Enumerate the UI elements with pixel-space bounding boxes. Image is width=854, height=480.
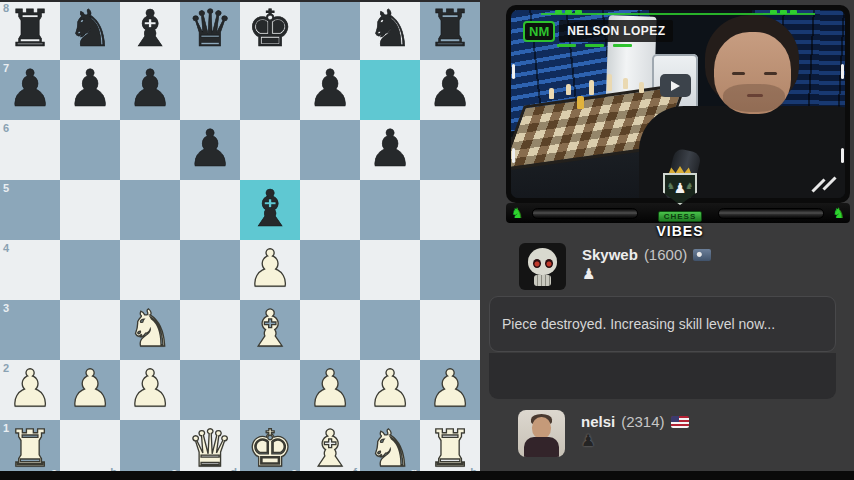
square-a2[interactable]: 2♟ bbox=[0, 360, 60, 420]
square-a7[interactable]: 7♟ bbox=[0, 60, 60, 120]
square-e3[interactable]: ♝ bbox=[240, 300, 300, 360]
play-icon bbox=[671, 81, 680, 91]
chess-vibes-logo: ♞ ♟ ♞ CHESS VIBES bbox=[648, 166, 712, 239]
bot-message-bubble: Piece destroyed. Increasing skill level … bbox=[489, 296, 836, 352]
square-a4[interactable]: 4 bbox=[0, 240, 60, 300]
black-pawn-g6[interactable]: ♟ bbox=[360, 120, 420, 180]
nelsi-avatar bbox=[518, 410, 565, 457]
square-f8[interactable] bbox=[300, 0, 360, 60]
frame-tick bbox=[841, 148, 844, 163]
square-a3[interactable]: 3 bbox=[0, 300, 60, 360]
square-f6[interactable] bbox=[300, 120, 360, 180]
square-b3[interactable] bbox=[60, 300, 120, 360]
square-h4[interactable] bbox=[420, 240, 480, 300]
square-e4[interactable]: ♟ bbox=[240, 240, 300, 300]
square-b5[interactable] bbox=[60, 180, 120, 240]
frame-tick bbox=[512, 148, 515, 163]
square-a5[interactable]: 5 bbox=[0, 180, 60, 240]
square-g4[interactable] bbox=[360, 240, 420, 300]
square-d6[interactable]: ♟ bbox=[180, 120, 240, 180]
square-d7[interactable] bbox=[180, 60, 240, 120]
skyweb-avatar bbox=[519, 243, 566, 290]
overlay-dashes-left bbox=[555, 10, 582, 14]
black-pawn-f7[interactable]: ♟ bbox=[300, 60, 360, 120]
square-b6[interactable] bbox=[60, 120, 120, 180]
square-d8[interactable]: ♛ bbox=[180, 0, 240, 60]
white-pawn-e4[interactable]: ♟ bbox=[240, 240, 300, 300]
knight-icon: ♞ bbox=[511, 203, 524, 223]
white-pawn-h2[interactable]: ♟ bbox=[420, 360, 480, 420]
rank-label: 4 bbox=[3, 242, 9, 254]
square-d2[interactable] bbox=[180, 360, 240, 420]
square-b8[interactable]: ♞ bbox=[60, 0, 120, 60]
square-e6[interactable] bbox=[240, 120, 300, 180]
skull-eye bbox=[533, 259, 541, 268]
black-knight-g8[interactable]: ♞ bbox=[360, 0, 420, 60]
square-g5[interactable] bbox=[360, 180, 420, 240]
square-e2[interactable] bbox=[240, 360, 300, 420]
rank-label: 3 bbox=[3, 302, 9, 314]
streamer-name: NELSON LOPEZ bbox=[559, 20, 673, 42]
meter-pill-left bbox=[532, 208, 638, 219]
captured-pieces-bottom: ♟ bbox=[581, 433, 689, 449]
square-c4[interactable] bbox=[120, 240, 180, 300]
square-c7[interactable]: ♟ bbox=[120, 60, 180, 120]
top-edge-strip bbox=[0, 0, 480, 2]
us-flag-icon bbox=[671, 416, 689, 428]
black-rook-h8[interactable]: ♜ bbox=[420, 0, 480, 60]
square-e5[interactable]: ♝ bbox=[240, 180, 300, 240]
black-pawn-a7[interactable]: ♟ bbox=[0, 60, 60, 120]
square-a6[interactable]: 6 bbox=[0, 120, 60, 180]
avatar-body bbox=[524, 437, 559, 457]
streamer-eye-right bbox=[764, 72, 777, 75]
knight-icon: ♞ bbox=[685, 181, 693, 191]
player-name-top: Skyweb bbox=[582, 246, 638, 263]
rank-label: 6 bbox=[3, 122, 9, 134]
chat-subpanel bbox=[489, 353, 836, 399]
square-h6[interactable] bbox=[420, 120, 480, 180]
physical-piece bbox=[639, 82, 644, 93]
square-h2[interactable]: ♟ bbox=[420, 360, 480, 420]
nameplate-underline bbox=[557, 44, 632, 47]
square-c3[interactable]: ♞ bbox=[120, 300, 180, 360]
square-h5[interactable] bbox=[420, 180, 480, 240]
meter-pill-right bbox=[718, 208, 824, 219]
frame-tick bbox=[512, 64, 515, 79]
white-pawn-a2[interactable]: ♟ bbox=[0, 360, 60, 420]
square-f5[interactable] bbox=[300, 180, 360, 240]
square-e7[interactable] bbox=[240, 60, 300, 120]
black-pawn-c7[interactable]: ♟ bbox=[120, 60, 180, 120]
square-f3[interactable] bbox=[300, 300, 360, 360]
player-row-top: Skyweb (1600) ♟ bbox=[519, 243, 711, 290]
square-h8[interactable]: ♜ bbox=[420, 0, 480, 60]
streamer-nameplate: NM NELSON LOPEZ bbox=[523, 20, 673, 42]
frame-tick bbox=[841, 64, 844, 79]
square-a8[interactable]: 8♜ bbox=[0, 0, 60, 60]
square-c6[interactable] bbox=[120, 120, 180, 180]
white-pawn-f2[interactable]: ♟ bbox=[300, 360, 360, 420]
square-h3[interactable] bbox=[420, 300, 480, 360]
shield-icon: ♞ ♟ ♞ bbox=[663, 173, 697, 205]
streamer-eye-left bbox=[732, 72, 745, 75]
streamer-mouth bbox=[747, 94, 763, 97]
player-rating-top: (1600) bbox=[644, 246, 687, 263]
knight-icon: ♞ bbox=[832, 203, 845, 223]
square-f7[interactable]: ♟ bbox=[300, 60, 360, 120]
bot-message-text: Piece destroyed. Increasing skill level … bbox=[502, 316, 775, 332]
square-d3[interactable] bbox=[180, 300, 240, 360]
streamer-beard-shadow bbox=[723, 84, 785, 112]
rank-label: 5 bbox=[3, 182, 9, 194]
bottom-black-bar bbox=[0, 471, 854, 480]
black-pawn-h7[interactable]: ♟ bbox=[420, 60, 480, 120]
chess-board[interactable]: 8♜♞♝♛♚♞♜7♟♟♟♟♟6♟♟5♝4♟3♞♝2♟♟♟♟♟♟1a♜bcd♛e♚… bbox=[0, 0, 480, 480]
crown-icon bbox=[669, 166, 691, 173]
square-f2[interactable]: ♟ bbox=[300, 360, 360, 420]
logo-text-chess: CHESS bbox=[658, 211, 703, 222]
square-g7[interactable] bbox=[360, 60, 420, 120]
square-g6[interactable]: ♟ bbox=[360, 120, 420, 180]
black-queen-d8[interactable]: ♛ bbox=[180, 0, 240, 60]
white-knight-c3[interactable]: ♞ bbox=[120, 300, 180, 360]
square-c5[interactable] bbox=[120, 180, 180, 240]
skull-eye bbox=[545, 259, 553, 268]
black-bishop-c8[interactable]: ♝ bbox=[120, 0, 180, 60]
youtube-logo bbox=[660, 74, 691, 97]
logo-dash bbox=[696, 191, 707, 194]
player-name-bottom: nelsi bbox=[581, 413, 615, 430]
player-rating-bottom: (2314) bbox=[621, 413, 664, 430]
physical-piece bbox=[607, 74, 612, 91]
avatar-head bbox=[532, 417, 551, 439]
square-f4[interactable] bbox=[300, 240, 360, 300]
white-pawn-g2[interactable]: ♟ bbox=[360, 360, 420, 420]
black-king-e8[interactable]: ♚ bbox=[240, 0, 300, 60]
square-g2[interactable]: ♟ bbox=[360, 360, 420, 420]
stream-screen: 8♜♞♝♛♚♞♜7♟♟♟♟♟6♟♟5♝4♟3♞♝2♟♟♟♟♟♟1a♜bcd♛e♚… bbox=[0, 0, 854, 480]
black-pawn-d6[interactable]: ♟ bbox=[180, 120, 240, 180]
physical-piece bbox=[549, 88, 554, 99]
square-d4[interactable] bbox=[180, 240, 240, 300]
physical-piece-gold bbox=[577, 96, 584, 109]
physical-piece bbox=[589, 80, 594, 95]
square-g3[interactable] bbox=[360, 300, 420, 360]
square-g8[interactable]: ♞ bbox=[360, 0, 420, 60]
skull-jaw bbox=[534, 275, 551, 286]
overlay-dashes-right bbox=[770, 10, 797, 14]
square-b2[interactable]: ♟ bbox=[60, 360, 120, 420]
black-knight-b8[interactable]: ♞ bbox=[60, 0, 120, 60]
physical-piece bbox=[623, 78, 628, 89]
white-pawn-b2[interactable]: ♟ bbox=[60, 360, 120, 420]
black-bishop-e5[interactable]: ♝ bbox=[240, 180, 300, 240]
black-rook-a8[interactable]: ♜ bbox=[0, 0, 60, 60]
square-c8[interactable]: ♝ bbox=[120, 0, 180, 60]
square-e8[interactable]: ♚ bbox=[240, 0, 300, 60]
square-b7[interactable]: ♟ bbox=[60, 60, 120, 120]
white-bishop-e3[interactable]: ♝ bbox=[240, 300, 300, 360]
captured-pieces-top: ♟ bbox=[582, 266, 711, 282]
square-d5[interactable] bbox=[180, 180, 240, 240]
logo-dash bbox=[653, 191, 664, 194]
black-pawn-b7[interactable]: ♟ bbox=[60, 60, 120, 120]
player-row-bottom: nelsi (2314) ♟ bbox=[518, 410, 689, 457]
flag-canton bbox=[671, 416, 679, 422]
knight-icon: ♞ bbox=[667, 181, 675, 191]
square-b4[interactable] bbox=[60, 240, 120, 300]
square-h7[interactable]: ♟ bbox=[420, 60, 480, 120]
skyweb-flag-icon bbox=[693, 249, 711, 261]
physical-piece bbox=[566, 84, 571, 95]
square-c2[interactable]: ♟ bbox=[120, 360, 180, 420]
title-badge: NM bbox=[523, 21, 555, 42]
logo-text-vibes: VIBES bbox=[648, 223, 712, 239]
white-pawn-c2[interactable]: ♟ bbox=[120, 360, 180, 420]
